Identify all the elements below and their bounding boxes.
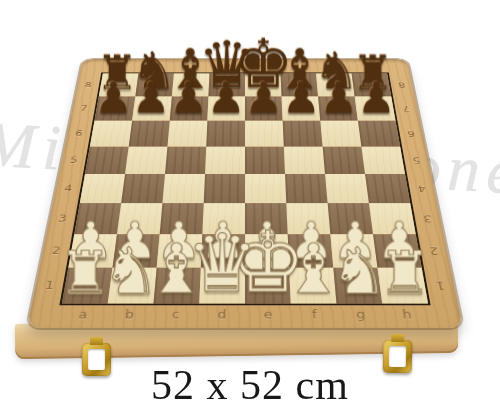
square-c8: ♝ xyxy=(172,73,210,96)
square-f5 xyxy=(284,147,325,174)
square-f7: ♟ xyxy=(282,96,321,120)
file-label-bottom-d: d xyxy=(214,308,230,321)
file-label-bottom-f: f xyxy=(306,308,323,321)
square-d6 xyxy=(206,121,245,147)
piece-white-pawn-d2: ♟ xyxy=(200,218,245,266)
file-label-top-h: h xyxy=(361,62,375,70)
rank-label-right-3: 3 xyxy=(416,213,439,224)
file-label-bottom-g: g xyxy=(352,308,370,321)
rank-label-right-8: 8 xyxy=(392,81,412,89)
square-e8: ♚ xyxy=(245,73,282,96)
square-a2: ♟ xyxy=(68,234,117,267)
chessboard: ♜♞♝♛♚♝♞♜♟♟♟♟♟♟♟♟♟♟♟♟♟♟♟♟♜♞♝♛♚♝♞♜ 8877665… xyxy=(27,59,463,328)
square-h3 xyxy=(369,203,416,234)
file-label-top-d: d xyxy=(221,62,233,70)
board-scene: ♜♞♝♛♚♝♞♜♟♟♟♟♟♟♟♟♟♟♟♟♟♟♟♟♜♞♝♛♚♝♞♜ 8877665… xyxy=(59,0,431,360)
square-d3 xyxy=(202,203,245,234)
rank-label-left-1: 1 xyxy=(37,279,62,291)
square-d5 xyxy=(205,147,245,174)
rank-label-right-1: 1 xyxy=(428,279,453,291)
rank-label-left-8: 8 xyxy=(78,81,98,89)
file-label-top-b: b xyxy=(150,62,163,70)
file-label-bottom-e: e xyxy=(260,308,276,321)
rank-label-right-5: 5 xyxy=(406,155,428,165)
piece-white-pawn-b2: ♟ xyxy=(112,218,157,266)
size-caption: 52 x 52 cm xyxy=(0,361,500,409)
square-a6 xyxy=(90,121,132,147)
piece-black-knight-b8: ♞ xyxy=(131,47,177,96)
square-d7: ♟ xyxy=(207,96,245,120)
file-label-top-g: g xyxy=(326,62,339,70)
file-label-top-a: a xyxy=(115,62,129,70)
square-a8: ♜ xyxy=(99,73,139,96)
piece-black-rook-h8: ♜ xyxy=(351,50,394,95)
square-e1: ♚ xyxy=(245,268,291,304)
playing-area-border: ♜♞♝♛♚♝♞♜♟♟♟♟♟♟♟♟♟♟♟♟♟♟♟♟♜♞♝♛♚♝♞♜ xyxy=(59,72,430,305)
rank-label-left-7: 7 xyxy=(74,104,94,113)
rank-label-left-2: 2 xyxy=(44,245,68,257)
square-g1: ♞ xyxy=(333,268,382,304)
square-f8: ♝ xyxy=(281,73,319,96)
square-g4 xyxy=(325,174,369,203)
square-a1: ♜ xyxy=(62,268,113,304)
file-label-bottom-h: h xyxy=(398,308,416,321)
square-d2: ♟ xyxy=(201,234,245,267)
rank-label-right-2: 2 xyxy=(422,245,446,257)
rank-label-left-3: 3 xyxy=(51,213,74,224)
file-label-bottom-b: b xyxy=(120,308,138,321)
rank-label-right-7: 7 xyxy=(396,104,416,113)
square-a4 xyxy=(80,174,125,203)
square-b6 xyxy=(129,121,170,147)
square-g5 xyxy=(323,147,365,174)
square-f2: ♟ xyxy=(288,234,334,267)
square-c5 xyxy=(165,147,206,174)
rank-label-left-4: 4 xyxy=(57,183,79,193)
square-a5 xyxy=(85,147,129,174)
square-b4 xyxy=(121,174,165,203)
square-g8: ♞ xyxy=(316,73,355,96)
square-c1: ♝ xyxy=(153,268,200,304)
square-b8: ♞ xyxy=(135,73,174,96)
square-e7: ♟ xyxy=(245,96,283,120)
square-e6 xyxy=(245,121,284,147)
piece-black-rook-a8: ♜ xyxy=(96,50,139,95)
square-f1: ♝ xyxy=(289,268,336,304)
square-h7: ♟ xyxy=(355,96,396,120)
square-g3 xyxy=(328,203,373,234)
square-h6 xyxy=(358,121,400,147)
square-b2: ♟ xyxy=(113,234,160,267)
piece-white-pawn-f2: ♟ xyxy=(288,218,333,266)
rank-label-right-6: 6 xyxy=(401,129,422,138)
piece-black-knight-g8: ♞ xyxy=(313,47,359,96)
piece-white-rook-a1: ♜ xyxy=(59,245,112,301)
square-d4 xyxy=(204,174,245,203)
file-label-top-c: c xyxy=(186,62,199,70)
square-e3 xyxy=(245,203,288,234)
square-c4 xyxy=(162,174,205,203)
file-label-bottom-c: c xyxy=(167,308,184,321)
piece-white-pawn-e2: ♟ xyxy=(244,218,289,266)
square-f3 xyxy=(286,203,330,234)
piece-white-pawn-a2: ♟ xyxy=(68,218,113,266)
square-c6 xyxy=(167,121,207,147)
piece-white-pawn-c2: ♟ xyxy=(156,218,201,266)
square-g7: ♟ xyxy=(318,96,358,120)
file-label-top-e: e xyxy=(256,62,268,70)
square-f6 xyxy=(283,121,323,147)
square-h1: ♜ xyxy=(377,268,428,304)
rank-label-left-6: 6 xyxy=(68,129,89,138)
square-e2: ♟ xyxy=(245,234,289,267)
square-e5 xyxy=(245,147,285,174)
square-a3 xyxy=(74,203,121,234)
rank-label-right-4: 4 xyxy=(411,183,433,193)
square-b5 xyxy=(125,147,167,174)
square-h8: ♜ xyxy=(352,73,392,96)
file-label-top-f: f xyxy=(291,62,304,70)
squares-grid: ♜♞♝♛♚♝♞♜♟♟♟♟♟♟♟♟♟♟♟♟♟♟♟♟♜♞♝♛♚♝♞♜ xyxy=(62,73,428,303)
square-d8: ♛ xyxy=(208,73,245,96)
rank-label-left-5: 5 xyxy=(63,155,85,165)
square-c3 xyxy=(160,203,204,234)
square-h4 xyxy=(365,174,410,203)
file-label-bottom-a: a xyxy=(74,308,92,321)
square-a7: ♟ xyxy=(94,96,135,120)
square-g6 xyxy=(320,121,361,147)
square-b3 xyxy=(117,203,162,234)
square-c7: ♟ xyxy=(170,96,209,120)
piece-white-rook-h1: ♜ xyxy=(378,245,431,301)
square-e4 xyxy=(245,174,286,203)
square-h5 xyxy=(361,147,405,174)
square-h2: ♟ xyxy=(373,234,422,267)
product-photo: Mil Decoraciones ♜♞♝♛♚♝♞♜♟♟♟♟♟♟♟♟♟♟♟♟♟♟♟… xyxy=(0,0,500,418)
piece-white-pawn-g2: ♟ xyxy=(332,218,377,266)
square-c2: ♟ xyxy=(157,234,203,267)
square-b7: ♟ xyxy=(132,96,172,120)
square-g2: ♟ xyxy=(330,234,377,267)
square-d1: ♛ xyxy=(199,268,245,304)
square-f4 xyxy=(285,174,328,203)
piece-white-pawn-h2: ♟ xyxy=(377,218,422,266)
square-b1: ♞ xyxy=(108,268,157,304)
